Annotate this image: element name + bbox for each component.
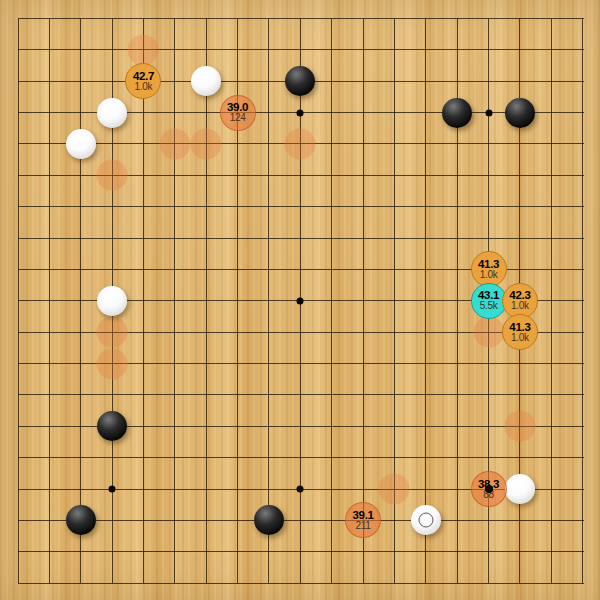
black-stone [285, 66, 315, 96]
ghost-move-suggestion[interactable] [504, 411, 535, 442]
white-stone [97, 286, 127, 316]
grid-line-horizontal [18, 394, 584, 395]
visits-label: 5.5k [480, 301, 498, 311]
grid-line-vertical [363, 19, 364, 584]
star-point [297, 486, 304, 493]
winrate-label: 39.0 [227, 102, 248, 112]
ghost-move-suggestion[interactable] [97, 317, 128, 348]
white-stone [97, 98, 127, 128]
grid-line-horizontal [18, 206, 584, 207]
white-stone [505, 474, 535, 504]
star-point [297, 109, 304, 116]
visits-label: 211 [356, 521, 371, 531]
move-suggestion[interactable]: 39.0124 [220, 95, 256, 131]
black-stone [254, 505, 284, 535]
star-point [109, 486, 116, 493]
move-suggestion[interactable]: 39.1211 [345, 502, 381, 538]
black-stone [442, 98, 472, 128]
grid-line-vertical [331, 19, 332, 584]
grid-line-vertical [425, 19, 426, 584]
ghost-move-suggestion[interactable] [285, 128, 316, 159]
ghost-move-suggestion[interactable] [191, 128, 222, 159]
visits-label: 124 [230, 113, 246, 123]
grid-line-horizontal [18, 457, 584, 458]
winrate-label: 42.3 [509, 290, 530, 300]
grid-line-horizontal [18, 49, 584, 50]
winrate-label: 41.3 [478, 259, 499, 269]
visits-label: 1.0k [480, 270, 498, 280]
star-point [485, 109, 492, 116]
star-point-overlay [485, 485, 493, 493]
move-suggestion[interactable]: 38.388 [471, 471, 507, 507]
ghost-move-suggestion[interactable] [97, 348, 128, 379]
ghost-move-suggestion[interactable] [473, 317, 504, 348]
black-stone [97, 411, 127, 441]
black-stone [66, 505, 96, 535]
grid-line-horizontal [18, 18, 584, 19]
winrate-label: 42.7 [133, 71, 154, 81]
visits-label: 1.0k [511, 333, 529, 343]
move-suggestion[interactable]: 41.31.0k [502, 314, 538, 350]
ghost-move-suggestion[interactable] [159, 128, 190, 159]
grid-line-horizontal [18, 238, 584, 239]
winrate-label: 39.1 [352, 510, 373, 520]
grid-line-horizontal [18, 583, 584, 584]
visits-label: 1.0k [511, 301, 529, 311]
white-stone [411, 505, 441, 535]
grid-line-horizontal [18, 520, 584, 521]
winrate-label: 41.3 [509, 322, 530, 332]
star-point [297, 297, 304, 304]
go-board[interactable]: 42.71.0k39.012441.31.0k43.15.5k42.31.0k4… [0, 0, 600, 600]
grid-line-horizontal [18, 551, 584, 552]
winrate-label: 43.1 [478, 290, 499, 300]
black-stone [505, 98, 535, 128]
ghost-move-suggestion[interactable] [379, 474, 410, 505]
move-suggestion[interactable]: 42.71.0k [125, 63, 161, 99]
ghost-move-suggestion[interactable] [97, 160, 128, 191]
last-move-marker [418, 513, 433, 528]
white-stone [191, 66, 221, 96]
white-stone [66, 129, 96, 159]
grid-line-vertical [551, 19, 552, 584]
grid-line-vertical [582, 19, 583, 584]
ghost-move-suggestion[interactable] [128, 34, 159, 65]
visits-label: 1.0k [135, 82, 153, 92]
